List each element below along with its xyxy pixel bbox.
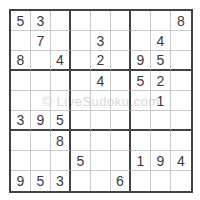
sudoku-cell-r2c2[interactable]: 7 xyxy=(31,31,51,51)
sudoku-cell-r5c7[interactable] xyxy=(131,91,151,111)
sudoku-cell-r4c5[interactable]: 4 xyxy=(91,71,111,91)
sudoku-cell-r6c7[interactable] xyxy=(131,111,151,131)
sudoku-cell-r3c3[interactable]: 4 xyxy=(51,51,71,71)
sudoku-cell-r9c8[interactable] xyxy=(151,171,171,191)
sudoku-cell-r4c3[interactable] xyxy=(51,71,71,91)
sudoku-grid: 538734842954521395851949536 xyxy=(11,11,191,191)
sudoku-cell-r3c9[interactable] xyxy=(171,51,191,71)
sudoku-cell-r1c9[interactable]: 8 xyxy=(171,11,191,31)
sudoku-cell-r5c2[interactable] xyxy=(31,91,51,111)
sudoku-cell-r7c7[interactable] xyxy=(131,131,151,151)
sudoku-cell-r8c6[interactable] xyxy=(111,151,131,171)
sudoku-cell-r3c7[interactable]: 9 xyxy=(131,51,151,71)
sudoku-cell-r7c6[interactable] xyxy=(111,131,131,151)
sudoku-cell-r6c3[interactable]: 5 xyxy=(51,111,71,131)
sudoku-cell-r6c1[interactable]: 3 xyxy=(11,111,31,131)
sudoku-cell-r1c4[interactable] xyxy=(71,11,91,31)
sudoku-cell-r7c3[interactable]: 8 xyxy=(51,131,71,151)
sudoku-cell-r2c6[interactable] xyxy=(111,31,131,51)
sudoku-cell-r2c9[interactable] xyxy=(171,31,191,51)
sudoku-cell-r1c1[interactable]: 5 xyxy=(11,11,31,31)
sudoku-cell-r5c3[interactable] xyxy=(51,91,71,111)
sudoku-cell-r8c1[interactable] xyxy=(11,151,31,171)
sudoku-cell-r9c6[interactable]: 6 xyxy=(111,171,131,191)
sudoku-cell-r2c7[interactable] xyxy=(131,31,151,51)
sudoku-cell-r4c2[interactable] xyxy=(31,71,51,91)
sudoku-cell-r5c9[interactable] xyxy=(171,91,191,111)
sudoku-cell-r6c5[interactable] xyxy=(91,111,111,131)
sudoku-cell-r4c7[interactable]: 5 xyxy=(131,71,151,91)
sudoku-cell-r9c5[interactable] xyxy=(91,171,111,191)
sudoku-cell-r4c9[interactable] xyxy=(171,71,191,91)
sudoku-cell-r3c4[interactable] xyxy=(71,51,91,71)
sudoku-cell-r2c3[interactable] xyxy=(51,31,71,51)
sudoku-cell-r9c4[interactable] xyxy=(71,171,91,191)
sudoku-cell-r2c4[interactable] xyxy=(71,31,91,51)
sudoku-cell-r4c4[interactable] xyxy=(71,71,91,91)
sudoku-cell-r8c4[interactable]: 5 xyxy=(71,151,91,171)
sudoku-cell-r4c8[interactable]: 2 xyxy=(151,71,171,91)
sudoku-cell-r5c5[interactable] xyxy=(91,91,111,111)
sudoku-cell-r2c5[interactable]: 3 xyxy=(91,31,111,51)
sudoku-cell-r4c1[interactable] xyxy=(11,71,31,91)
sudoku-cell-r9c7[interactable] xyxy=(131,171,151,191)
sudoku-cell-r2c8[interactable]: 4 xyxy=(151,31,171,51)
sudoku-cell-r5c4[interactable] xyxy=(71,91,91,111)
sudoku-cell-r6c9[interactable] xyxy=(171,111,191,131)
sudoku-cell-r8c7[interactable]: 1 xyxy=(131,151,151,171)
sudoku-cell-r7c9[interactable] xyxy=(171,131,191,151)
sudoku-cell-r5c1[interactable] xyxy=(11,91,31,111)
sudoku-cell-r1c3[interactable] xyxy=(51,11,71,31)
sudoku-cell-r6c2[interactable]: 9 xyxy=(31,111,51,131)
sudoku-cell-r3c2[interactable] xyxy=(31,51,51,71)
sudoku-cell-r9c9[interactable] xyxy=(171,171,191,191)
sudoku-cell-r3c5[interactable]: 2 xyxy=(91,51,111,71)
sudoku-cell-r8c3[interactable] xyxy=(51,151,71,171)
sudoku-cell-r9c3[interactable]: 3 xyxy=(51,171,71,191)
sudoku-cell-r1c7[interactable] xyxy=(131,11,151,31)
sudoku-cell-r5c8[interactable]: 1 xyxy=(151,91,171,111)
sudoku-cell-r7c2[interactable] xyxy=(31,131,51,151)
sudoku-cell-r8c8[interactable]: 9 xyxy=(151,151,171,171)
sudoku-page: © LiveSudoku.com 53873484295452139585194… xyxy=(0,0,200,200)
sudoku-cell-r5c6[interactable] xyxy=(111,91,131,111)
sudoku-cell-r7c5[interactable] xyxy=(91,131,111,151)
sudoku-cell-r6c6[interactable] xyxy=(111,111,131,131)
sudoku-cell-r3c1[interactable]: 8 xyxy=(11,51,31,71)
sudoku-cell-r7c8[interactable] xyxy=(151,131,171,151)
sudoku-cell-r1c5[interactable] xyxy=(91,11,111,31)
sudoku-cell-r9c1[interactable]: 9 xyxy=(11,171,31,191)
sudoku-cell-r1c6[interactable] xyxy=(111,11,131,31)
sudoku-cell-r6c4[interactable] xyxy=(71,111,91,131)
sudoku-cell-r8c2[interactable] xyxy=(31,151,51,171)
sudoku-cell-r4c6[interactable] xyxy=(111,71,131,91)
sudoku-cell-r1c8[interactable] xyxy=(151,11,171,31)
sudoku-board: © LiveSudoku.com 53873484295452139585194… xyxy=(9,9,193,193)
sudoku-cell-r3c8[interactable]: 5 xyxy=(151,51,171,71)
sudoku-cell-r6c8[interactable] xyxy=(151,111,171,131)
sudoku-cell-r8c5[interactable] xyxy=(91,151,111,171)
sudoku-cell-r8c9[interactable]: 4 xyxy=(171,151,191,171)
sudoku-cell-r2c1[interactable] xyxy=(11,31,31,51)
sudoku-cell-r9c2[interactable]: 5 xyxy=(31,171,51,191)
sudoku-cell-r7c1[interactable] xyxy=(11,131,31,151)
sudoku-cell-r1c2[interactable]: 3 xyxy=(31,11,51,31)
sudoku-cell-r3c6[interactable] xyxy=(111,51,131,71)
sudoku-cell-r7c4[interactable] xyxy=(71,131,91,151)
